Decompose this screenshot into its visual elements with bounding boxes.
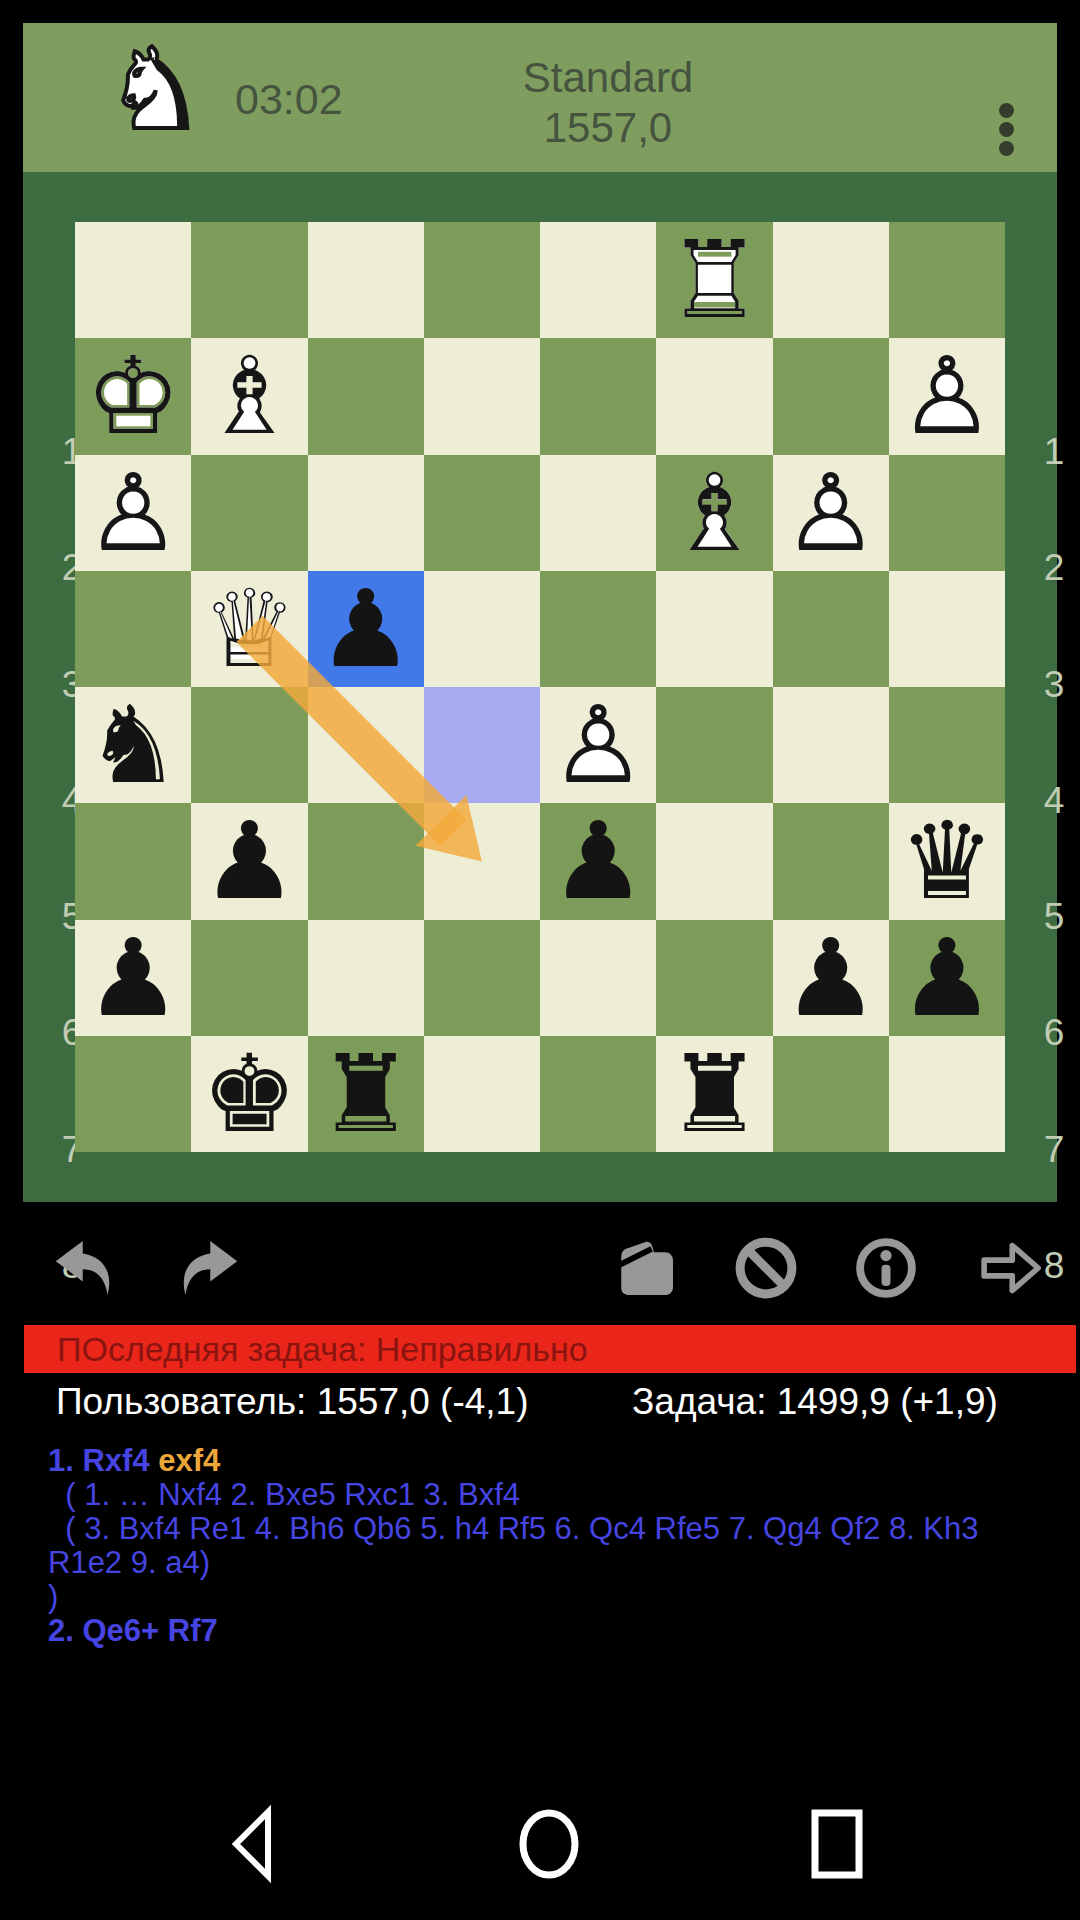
android-navbar	[0, 1804, 1080, 1896]
puzzle-timer: 03:02	[235, 75, 343, 124]
square-a5[interactable]	[889, 687, 1005, 803]
square-b1[interactable]	[773, 222, 889, 338]
square-g2[interactable]: ♝♗	[191, 338, 307, 454]
nav-home-button[interactable]	[509, 1804, 589, 1884]
square-c6[interactable]	[656, 803, 772, 919]
no-entry-icon	[730, 1232, 802, 1304]
square-b5[interactable]	[773, 687, 889, 803]
coord-label-3: 3	[1028, 627, 1080, 743]
square-f4[interactable]: ♟	[308, 571, 424, 687]
square-c2[interactable]	[656, 338, 772, 454]
piece-wK: ♔	[75, 338, 191, 454]
block-button[interactable]	[730, 1232, 802, 1304]
undo-button[interactable]	[49, 1232, 121, 1304]
square-h8[interactable]	[75, 1036, 191, 1152]
phone-screen: ♞ 03:02 Standard 1557,0 hgfedcba hgfedcb…	[0, 0, 1080, 1920]
redo-arrow-icon	[172, 1232, 244, 1304]
square-f2[interactable]	[308, 338, 424, 454]
piece-wR: ♖	[656, 222, 772, 338]
square-b6[interactable]	[773, 803, 889, 919]
piece-bN: ♞	[75, 687, 191, 803]
piece-wP: ♙	[75, 455, 191, 571]
square-c7[interactable]	[656, 920, 772, 1036]
nav-recents-button[interactable]	[797, 1804, 877, 1884]
square-g7[interactable]	[191, 920, 307, 1036]
square-b7[interactable]: ♟	[773, 920, 889, 1036]
piece-bK: ♚	[191, 1036, 307, 1152]
square-e3[interactable]	[424, 455, 540, 571]
move-line: )	[48, 1580, 1053, 1614]
square-a1[interactable]	[889, 222, 1005, 338]
square-e5[interactable]	[424, 687, 540, 803]
app-header: ♞ 03:02 Standard 1557,0	[23, 23, 1057, 172]
piece-bP: ♟	[75, 920, 191, 1036]
square-f3[interactable]	[308, 455, 424, 571]
ratings-line: Пользователь: 1557,0 (-4,1) Задача: 1499…	[0, 1379, 1080, 1425]
info-button[interactable]	[850, 1232, 922, 1304]
square-d4[interactable]	[540, 571, 656, 687]
square-d3[interactable]	[540, 455, 656, 571]
square-h7[interactable]: ♟	[75, 920, 191, 1036]
square-c3[interactable]: ♝♗	[656, 455, 772, 571]
arrow-right-outline-icon	[974, 1232, 1046, 1304]
square-d8[interactable]	[540, 1036, 656, 1152]
square-h6[interactable]	[75, 803, 191, 919]
square-a4[interactable]	[889, 571, 1005, 687]
redo-button[interactable]	[172, 1232, 244, 1304]
user-rating-header: 1557,0	[523, 103, 693, 153]
square-b3[interactable]: ♟♙	[773, 455, 889, 571]
move-line: 2. Qe6+ Rf7	[48, 1614, 1053, 1648]
square-e7[interactable]	[424, 920, 540, 1036]
move-line: 1. Rxf4 exf4	[48, 1444, 1053, 1478]
move-line: ( 3. Bxf4 Re1 4. Bh6 Qb6 5. h4 Rf5 6. Qc…	[48, 1512, 1053, 1580]
square-g3[interactable]	[191, 455, 307, 571]
info-circle-icon	[850, 1232, 922, 1304]
last-puzzle-result-banner: ПОследняя задача: Неправильно	[24, 1325, 1076, 1373]
piece-wP: ♙	[889, 338, 1005, 454]
undo-arrow-icon	[49, 1232, 121, 1304]
square-c5[interactable]	[656, 687, 772, 803]
square-a7[interactable]: ♟	[889, 920, 1005, 1036]
user-rating-text: Пользователь: 1557,0 (-4,1)	[56, 1379, 529, 1425]
square-c1[interactable]: ♜♖	[656, 222, 772, 338]
square-g6[interactable]: ♟	[191, 803, 307, 919]
square-b2[interactable]	[773, 338, 889, 454]
chess-board[interactable]: ♜♖♚♔♝♗♟♙♟♙♝♗♟♙♛♕♟♞♟♙♟♟♛♟♟♟♚♜♜	[75, 222, 1005, 1152]
piece-bQ: ♛	[889, 803, 1005, 919]
piece-wB: ♗	[191, 338, 307, 454]
square-g1[interactable]	[191, 222, 307, 338]
next-button[interactable]	[974, 1232, 1046, 1304]
puzzle-rating-text: Задача: 1499,9 (+1,9)	[632, 1379, 998, 1425]
rank-labels-right: 12345678	[1028, 394, 1080, 1324]
title-block: Standard 1557,0	[523, 53, 693, 153]
square-d5[interactable]: ♟♙	[540, 687, 656, 803]
square-f6[interactable]	[308, 803, 424, 919]
square-b8[interactable]	[773, 1036, 889, 1152]
coord-label-2: 2	[1028, 510, 1080, 626]
piece-bP: ♟	[308, 571, 424, 687]
page-title: Standard	[523, 53, 693, 103]
piece-bR: ♜	[308, 1036, 424, 1152]
square-e1[interactable]	[424, 222, 540, 338]
square-h1[interactable]	[75, 222, 191, 338]
folder-icon	[610, 1232, 682, 1304]
piece-bR: ♜	[656, 1036, 772, 1152]
recents-square-icon	[797, 1804, 877, 1884]
coord-label-7: 7	[1028, 1092, 1080, 1208]
square-c4[interactable]	[656, 571, 772, 687]
square-d2[interactable]	[540, 338, 656, 454]
piece-wP: ♙	[773, 455, 889, 571]
nav-back-button[interactable]	[217, 1804, 297, 1884]
square-h4[interactable]	[75, 571, 191, 687]
piece-bP: ♟	[773, 920, 889, 1036]
white-knight-icon: ♞	[105, 9, 205, 169]
square-d6[interactable]: ♟	[540, 803, 656, 919]
back-triangle-icon	[217, 1804, 297, 1884]
move-line: ( 1. … Nxf4 2. Bxe5 Rxc1 3. Bxf4	[48, 1478, 1053, 1512]
square-g5[interactable]	[191, 687, 307, 803]
square-e2[interactable]	[424, 338, 540, 454]
square-h2[interactable]: ♚♔	[75, 338, 191, 454]
square-a2[interactable]: ♟♙	[889, 338, 1005, 454]
square-f7[interactable]	[308, 920, 424, 1036]
coord-label-6: 6	[1028, 975, 1080, 1091]
square-h5[interactable]: ♞	[75, 687, 191, 803]
coord-label-5: 5	[1028, 859, 1080, 975]
square-f5[interactable]	[308, 687, 424, 803]
square-c8[interactable]: ♜	[656, 1036, 772, 1152]
folder-button[interactable]	[610, 1232, 682, 1304]
coord-label-1: 1	[1028, 394, 1080, 510]
overflow-menu-button[interactable]	[992, 99, 1020, 160]
piece-bP: ♟	[540, 803, 656, 919]
square-e6[interactable]	[424, 803, 540, 919]
square-d7[interactable]	[540, 920, 656, 1036]
square-f1[interactable]	[308, 222, 424, 338]
square-a8[interactable]	[889, 1036, 1005, 1152]
puzzle-toolbar	[0, 1232, 1080, 1304]
piece-wP: ♙	[540, 687, 656, 803]
piece-wQ: ♕	[191, 571, 307, 687]
square-g8[interactable]: ♚	[191, 1036, 307, 1152]
coord-label-4: 4	[1028, 743, 1080, 859]
square-a3[interactable]	[889, 455, 1005, 571]
home-circle-icon	[509, 1804, 589, 1884]
piece-bP: ♟	[889, 920, 1005, 1036]
square-d1[interactable]	[540, 222, 656, 338]
square-h3[interactable]: ♟♙	[75, 455, 191, 571]
square-a6[interactable]: ♛	[889, 803, 1005, 919]
solution-move-list: 1. Rxf4 exf4 ( 1. … Nxf4 2. Bxe5 Rxc1 3.…	[48, 1444, 1053, 1648]
square-g4[interactable]: ♛♕	[191, 571, 307, 687]
square-e8[interactable]	[424, 1036, 540, 1152]
piece-bP: ♟	[191, 803, 307, 919]
square-f8[interactable]: ♜	[308, 1036, 424, 1152]
square-b4[interactable]	[773, 571, 889, 687]
piece-wB: ♗	[656, 455, 772, 571]
square-e4[interactable]	[424, 571, 540, 687]
